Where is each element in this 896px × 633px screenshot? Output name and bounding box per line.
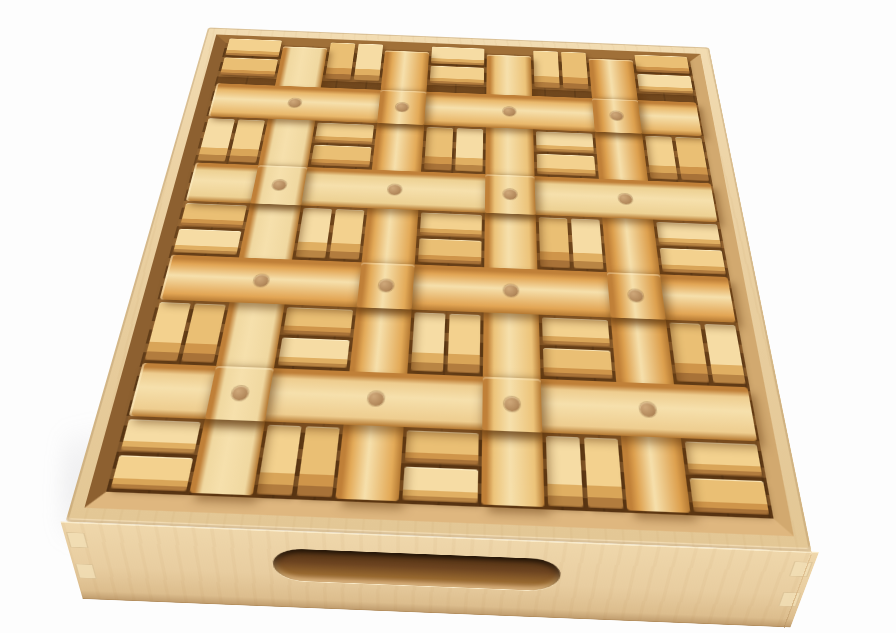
standing-block bbox=[537, 154, 596, 177]
standing-block bbox=[121, 419, 201, 454]
standing-block bbox=[536, 131, 594, 153]
standing-block bbox=[584, 437, 623, 509]
dowel-peg bbox=[503, 189, 517, 200]
standing-block bbox=[542, 317, 610, 346]
plank-horizontal-2 bbox=[160, 255, 736, 323]
standing-block bbox=[420, 213, 482, 238]
standing-block bbox=[411, 312, 446, 372]
gap-cell bbox=[292, 205, 368, 262]
gap-cell bbox=[533, 129, 599, 178]
gap-cell bbox=[308, 121, 377, 170]
standing-block bbox=[283, 307, 353, 336]
standing-block bbox=[533, 51, 560, 89]
standing-block bbox=[314, 123, 374, 145]
standing-block bbox=[431, 47, 484, 66]
gap-cell bbox=[407, 310, 483, 377]
standing-block bbox=[645, 136, 678, 180]
standing-block bbox=[685, 441, 763, 476]
standing-block bbox=[675, 137, 709, 181]
perspective-wrap bbox=[103, 0, 793, 633]
weave-cover bbox=[607, 272, 666, 320]
dowel-peg bbox=[628, 289, 644, 302]
standing-block bbox=[660, 248, 726, 274]
gap-cell bbox=[169, 201, 250, 258]
gap-cell bbox=[633, 59, 698, 102]
block-weave bbox=[106, 43, 773, 519]
standing-block bbox=[405, 430, 479, 465]
standing-block bbox=[455, 128, 483, 172]
gap-cell bbox=[421, 125, 486, 174]
standing-block bbox=[561, 52, 589, 90]
gap-cell bbox=[666, 320, 750, 388]
standing-block bbox=[354, 44, 383, 81]
standing-block bbox=[637, 74, 693, 94]
standing-block bbox=[311, 145, 372, 168]
plank-horizontal-3 bbox=[129, 363, 757, 441]
standing-block bbox=[181, 304, 226, 363]
gap-cell bbox=[415, 210, 485, 267]
standing-block bbox=[329, 209, 364, 260]
dowel-peg bbox=[504, 397, 520, 412]
dowel-peg bbox=[503, 107, 516, 116]
standing-block bbox=[447, 314, 480, 374]
standing-block bbox=[430, 66, 484, 86]
dowel-peg bbox=[367, 391, 384, 406]
standing-block bbox=[418, 238, 482, 264]
standing-block bbox=[571, 219, 604, 270]
standing-block bbox=[543, 348, 613, 379]
standing-block bbox=[704, 324, 745, 384]
standing-block bbox=[225, 38, 282, 57]
gap-cell bbox=[536, 215, 607, 272]
standing-block bbox=[325, 43, 355, 80]
standing-block bbox=[656, 222, 721, 247]
gap-cell bbox=[274, 304, 357, 371]
gap-cell bbox=[215, 43, 283, 86]
dowel-peg bbox=[231, 386, 250, 401]
standing-block bbox=[424, 127, 453, 171]
weave-cover bbox=[205, 366, 274, 422]
wooden-tray bbox=[65, 27, 811, 551]
weave-cover bbox=[482, 377, 542, 433]
standing-block bbox=[220, 57, 278, 76]
standing-block bbox=[180, 203, 247, 228]
dowel-peg bbox=[253, 274, 270, 287]
camera-tilt bbox=[103, 0, 793, 633]
standing-block bbox=[173, 229, 241, 255]
standing-block bbox=[257, 425, 302, 496]
dowel-peg bbox=[378, 279, 394, 292]
standing-block bbox=[111, 455, 193, 491]
gap-cell bbox=[426, 51, 486, 94]
standing-block bbox=[402, 467, 478, 504]
gap-cell bbox=[539, 315, 617, 382]
finger-joint bbox=[75, 564, 97, 579]
dowel-peg bbox=[639, 402, 656, 417]
dowel-peg bbox=[504, 284, 519, 297]
gap-cell bbox=[141, 299, 230, 366]
gap-cell bbox=[194, 116, 268, 165]
standing-block bbox=[296, 208, 333, 259]
standing-block bbox=[634, 55, 689, 74]
gap-cell bbox=[531, 55, 592, 98]
photo-scene bbox=[0, 0, 896, 633]
standing-block bbox=[690, 478, 770, 515]
standing-block bbox=[669, 323, 709, 383]
gap-cell bbox=[321, 47, 385, 90]
standing-block bbox=[145, 302, 191, 361]
standing-block bbox=[278, 338, 350, 369]
gap-cell bbox=[642, 134, 712, 184]
weave-cover bbox=[357, 262, 415, 309]
standing-block bbox=[539, 217, 570, 268]
gap-cell bbox=[653, 220, 729, 278]
